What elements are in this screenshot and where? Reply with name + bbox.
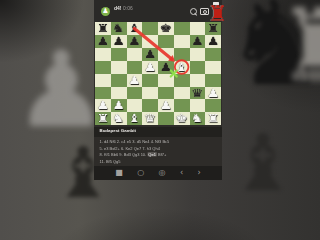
square-c4[interactable]: ♟	[127, 74, 143, 87]
black-piece-♟: ♟	[205, 36, 221, 46]
square-a6[interactable]	[95, 48, 111, 61]
white-piece-♚: ♚	[174, 114, 190, 124]
square-f4[interactable]	[174, 74, 190, 87]
square-a4[interactable]	[95, 74, 111, 87]
square-a7[interactable]: ♟	[95, 35, 111, 48]
square-c3[interactable]	[127, 87, 143, 100]
square-f8[interactable]	[174, 22, 190, 35]
chevron-right-icon[interactable]: ›	[198, 166, 201, 180]
white-piece-♟: ♟	[127, 75, 143, 85]
square-c7[interactable]: ♟	[127, 35, 143, 48]
selected-move[interactable]: Qe1	[147, 152, 157, 157]
square-b6[interactable]	[111, 48, 127, 61]
square-e8[interactable]: ♚	[158, 22, 174, 35]
square-f7[interactable]	[174, 35, 190, 48]
white-piece-♜: ♜	[205, 114, 221, 124]
app-top-bar: ♟ d4!0:06	[94, 0, 222, 22]
square-b1[interactable]: ♞	[111, 112, 127, 125]
topbar-subtitle: 0:06	[123, 6, 133, 12]
chess-app-screenshot: ♟ d4!0:06 ♜♞♝♚♜♟♟♟♟♟♟♟♟♝♟♛♟♟♟♟♜♞♝♛♚♞♜ Bu…	[94, 0, 222, 180]
black-piece-♜: ♜	[205, 24, 221, 34]
square-h3[interactable]: ♟	[205, 87, 221, 100]
square-d6[interactable]: ♟	[142, 48, 158, 61]
square-c2[interactable]	[127, 99, 143, 112]
square-h6[interactable]	[205, 48, 221, 61]
black-piece-♞: ♞	[111, 24, 127, 34]
square-g2[interactable]	[190, 99, 206, 112]
battery-icon	[213, 2, 219, 5]
chevron-left-icon[interactable]: ‹	[180, 166, 183, 180]
stop-square-icon[interactable]: ■	[115, 166, 123, 180]
white-piece-♟: ♟	[158, 101, 174, 111]
square-d4[interactable]	[142, 74, 158, 87]
square-d2[interactable]	[142, 99, 158, 112]
black-piece-♚: ♚	[158, 24, 174, 34]
square-b8[interactable]: ♞	[111, 22, 127, 35]
camera-icon[interactable]	[200, 8, 209, 15]
square-d7[interactable]	[142, 35, 158, 48]
circle-icon[interactable]: ○	[137, 166, 144, 180]
square-c8[interactable]: ♝	[127, 22, 143, 35]
move-line-4[interactable]: 11. Bf5 Qg5	[94, 158, 222, 165]
square-h1[interactable]: ♜	[205, 112, 221, 125]
black-piece-♟: ♟	[190, 36, 206, 46]
square-g1[interactable]: ♞	[190, 112, 206, 125]
background-gray-rook-icon: ♜	[276, 0, 320, 96]
black-piece-♜: ♜	[95, 24, 111, 34]
chess-board[interactable]: ♜♞♝♚♜♟♟♟♟♟♟♟♟♝♟♛♟♟♟♟♜♞♝♛♚♞♜	[95, 22, 221, 125]
square-a5[interactable]	[95, 61, 111, 74]
square-d5[interactable]: ♟	[142, 61, 158, 74]
square-f6[interactable]	[174, 48, 190, 61]
square-h5[interactable]	[205, 61, 221, 74]
search-icon[interactable]	[190, 8, 197, 15]
square-a3[interactable]	[95, 87, 111, 100]
target-icon[interactable]: ◎	[159, 166, 166, 180]
square-e6[interactable]	[158, 48, 174, 61]
black-piece-♟: ♟	[142, 49, 158, 59]
move-list[interactable]: 1. d4 Nf6 2. c4 e5 3. d5 Ne4 4. Nf3 Bc55…	[94, 138, 222, 165]
square-c5[interactable]	[127, 61, 143, 74]
square-g7[interactable]: ♟	[190, 35, 206, 48]
white-piece-♛: ♛	[142, 114, 158, 124]
square-h8[interactable]: ♜	[205, 22, 221, 35]
black-piece-♟: ♟	[158, 62, 174, 72]
opening-name-bar: Budapest Gambit	[94, 127, 222, 137]
white-piece-♟: ♟	[205, 88, 221, 98]
square-e2[interactable]: ♟	[158, 99, 174, 112]
opening-name: Budapest Gambit	[94, 127, 226, 133]
square-a2[interactable]: ♟	[95, 99, 111, 112]
white-piece-♝: ♝	[174, 62, 190, 72]
square-b7[interactable]: ♟	[111, 35, 127, 48]
white-piece-♟: ♟	[142, 62, 158, 72]
square-c1[interactable]: ♝	[127, 112, 143, 125]
square-b5[interactable]	[111, 61, 127, 74]
square-b2[interactable]: ♟	[111, 99, 127, 112]
white-piece-♞: ♞	[190, 114, 206, 124]
square-a8[interactable]: ♜	[95, 22, 111, 35]
square-f2[interactable]	[174, 99, 190, 112]
background-dark-bishop-right-icon: ♝	[228, 124, 298, 180]
square-e5[interactable]: ♟	[158, 61, 174, 74]
square-e3[interactable]	[158, 87, 174, 100]
move-line-3[interactable]: 8. Kf1 Bb6 9. Bd3 Qg3 10. Qe1 Bf7+	[94, 151, 222, 158]
square-c6[interactable]	[127, 48, 143, 61]
square-h4[interactable]	[205, 74, 221, 87]
square-d1[interactable]: ♛	[142, 112, 158, 125]
black-piece-♟: ♟	[127, 36, 143, 46]
black-piece-♟: ♟	[111, 36, 127, 46]
square-e1[interactable]	[158, 112, 174, 125]
square-f5[interactable]: ♝	[174, 61, 190, 74]
white-piece-♜: ♜	[95, 114, 111, 124]
black-piece-♛: ♛	[190, 88, 206, 98]
white-piece-♝: ♝	[127, 114, 143, 124]
square-f1[interactable]: ♚	[174, 112, 190, 125]
square-d8[interactable]	[142, 22, 158, 35]
white-piece-♟: ♟	[111, 101, 127, 111]
bottom-nav-bar: ■○◎‹›	[94, 166, 222, 180]
move-line-1[interactable]: 1. d4 Nf6 2. c4 e5 3. d5 Ne4 4. Nf3 Bc5	[94, 138, 222, 145]
black-piece-♝: ♝	[127, 24, 143, 34]
white-piece-♞: ♞	[111, 114, 127, 124]
white-piece-♟: ♟	[95, 101, 111, 111]
square-d3[interactable]	[142, 87, 158, 100]
square-g3[interactable]: ♛	[190, 87, 206, 100]
square-g5[interactable]	[190, 61, 206, 74]
topbar-title: d4!	[114, 6, 121, 12]
black-piece-♟: ♟	[95, 36, 111, 46]
square-e4[interactable]	[158, 74, 174, 87]
square-g4[interactable]	[190, 74, 206, 87]
square-h7[interactable]: ♟	[205, 35, 221, 48]
square-e7[interactable]	[158, 35, 174, 48]
square-f3[interactable]	[174, 87, 190, 100]
square-b4[interactable]	[111, 74, 127, 87]
square-g8[interactable]	[190, 22, 206, 35]
app-logo-pawn-icon: ♟	[101, 7, 110, 16]
square-g6[interactable]	[190, 48, 206, 61]
square-b3[interactable]	[111, 87, 127, 100]
square-h2[interactable]	[205, 99, 221, 112]
square-a1[interactable]: ♜	[95, 112, 111, 125]
